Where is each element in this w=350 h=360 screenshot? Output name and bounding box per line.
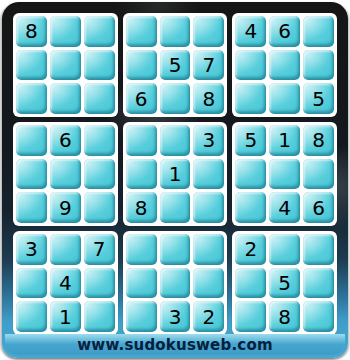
cell-r3c9[interactable]: 5 <box>303 83 334 114</box>
cell-r7c5[interactable] <box>160 234 191 265</box>
block-middle-center: 318 <box>123 122 228 226</box>
cell-r2c4[interactable] <box>126 50 157 81</box>
cell-r2c1[interactable] <box>16 50 47 81</box>
cell-r5c9[interactable] <box>303 159 334 190</box>
cell-r4c7[interactable]: 5 <box>235 125 266 156</box>
cell-r3c7[interactable] <box>235 83 266 114</box>
cell-r9c1[interactable] <box>16 301 47 332</box>
cell-r5c3[interactable] <box>84 159 115 190</box>
cell-r6c6[interactable] <box>193 192 224 223</box>
cell-r9c8[interactable]: 8 <box>269 301 300 332</box>
cell-r6c3[interactable] <box>84 192 115 223</box>
cell-r8c8[interactable]: 5 <box>269 268 300 299</box>
cell-r6c5[interactable] <box>160 192 191 223</box>
cell-r1c6[interactable] <box>193 16 224 47</box>
cell-r3c6[interactable]: 8 <box>193 83 224 114</box>
cell-r4c3[interactable] <box>84 125 115 156</box>
block-top-center: 5768 <box>123 13 228 117</box>
cell-r8c6[interactable] <box>193 268 224 299</box>
block-top-left: 8 <box>13 13 118 117</box>
cell-r7c2[interactable] <box>50 234 81 265</box>
cell-r1c8[interactable]: 6 <box>269 16 300 47</box>
cell-r5c2[interactable] <box>50 159 81 190</box>
cell-r1c3[interactable] <box>84 16 115 47</box>
cell-r7c1[interactable]: 3 <box>16 234 47 265</box>
cell-r8c9[interactable] <box>303 268 334 299</box>
cell-r4c8[interactable]: 1 <box>269 125 300 156</box>
cell-r9c2[interactable]: 1 <box>50 301 81 332</box>
footer-band: www.sudokusweb.com <box>5 334 345 355</box>
cell-r5c8[interactable] <box>269 159 300 190</box>
cell-r2c7[interactable] <box>235 50 266 81</box>
cell-r3c5[interactable] <box>160 83 191 114</box>
cell-r1c9[interactable] <box>303 16 334 47</box>
cell-r2c6[interactable]: 7 <box>193 50 224 81</box>
cell-r9c4[interactable] <box>126 301 157 332</box>
cell-r9c9[interactable] <box>303 301 334 332</box>
cell-r9c7[interactable] <box>235 301 266 332</box>
cell-r8c5[interactable] <box>160 268 191 299</box>
cell-r9c3[interactable] <box>84 301 115 332</box>
cell-r4c1[interactable] <box>16 125 47 156</box>
cell-r9c5[interactable]: 3 <box>160 301 191 332</box>
cell-r3c3[interactable] <box>84 83 115 114</box>
cell-r1c5[interactable] <box>160 16 191 47</box>
cell-r8c4[interactable] <box>126 268 157 299</box>
cell-r3c1[interactable] <box>16 83 47 114</box>
cell-r2c8[interactable] <box>269 50 300 81</box>
cell-r8c3[interactable] <box>84 268 115 299</box>
cell-r6c1[interactable] <box>16 192 47 223</box>
cell-r4c9[interactable]: 8 <box>303 125 334 156</box>
cell-r7c3[interactable]: 7 <box>84 234 115 265</box>
cell-r8c2[interactable]: 4 <box>50 268 81 299</box>
cell-r5c5[interactable]: 1 <box>160 159 191 190</box>
cell-r7c6[interactable] <box>193 234 224 265</box>
cell-r7c7[interactable]: 2 <box>235 234 266 265</box>
cell-r2c5[interactable]: 5 <box>160 50 191 81</box>
cell-r6c2[interactable]: 9 <box>50 192 81 223</box>
cell-r8c7[interactable] <box>235 268 266 299</box>
cell-r4c4[interactable] <box>126 125 157 156</box>
cell-r8c1[interactable] <box>16 268 47 299</box>
sudoku-grid: 8 5768 465 69 318 51846 3741 32 258 <box>13 13 337 335</box>
site-url[interactable]: www.sudokusweb.com <box>77 336 272 354</box>
cell-r3c4[interactable]: 6 <box>126 83 157 114</box>
cell-r1c2[interactable] <box>50 16 81 47</box>
cell-r5c1[interactable] <box>16 159 47 190</box>
block-bottom-center: 32 <box>123 231 228 335</box>
cell-r7c8[interactable] <box>269 234 300 265</box>
cell-r6c9[interactable]: 6 <box>303 192 334 223</box>
cell-r6c4[interactable]: 8 <box>126 192 157 223</box>
cell-r1c7[interactable]: 4 <box>235 16 266 47</box>
cell-r7c4[interactable] <box>126 234 157 265</box>
cell-r3c2[interactable] <box>50 83 81 114</box>
block-middle-left: 69 <box>13 122 118 226</box>
cell-r5c7[interactable] <box>235 159 266 190</box>
block-middle-right: 51846 <box>232 122 337 226</box>
cell-r1c1[interactable]: 8 <box>16 16 47 47</box>
block-top-right: 465 <box>232 13 337 117</box>
cell-r7c9[interactable] <box>303 234 334 265</box>
cell-r4c2[interactable]: 6 <box>50 125 81 156</box>
cell-r6c8[interactable]: 4 <box>269 192 300 223</box>
cell-r2c9[interactable] <box>303 50 334 81</box>
block-bottom-right: 258 <box>232 231 337 335</box>
cell-r9c6[interactable]: 2 <box>193 301 224 332</box>
cell-r1c4[interactable] <box>126 16 157 47</box>
cell-r6c7[interactable] <box>235 192 266 223</box>
cell-r3c8[interactable] <box>269 83 300 114</box>
cell-r4c5[interactable] <box>160 125 191 156</box>
sudoku-board: 8 5768 465 69 318 51846 3741 32 258 www.… <box>2 2 348 358</box>
cell-r5c4[interactable] <box>126 159 157 190</box>
cell-r2c2[interactable] <box>50 50 81 81</box>
cell-r4c6[interactable]: 3 <box>193 125 224 156</box>
block-bottom-left: 3741 <box>13 231 118 335</box>
cell-r5c6[interactable] <box>193 159 224 190</box>
cell-r2c3[interactable] <box>84 50 115 81</box>
